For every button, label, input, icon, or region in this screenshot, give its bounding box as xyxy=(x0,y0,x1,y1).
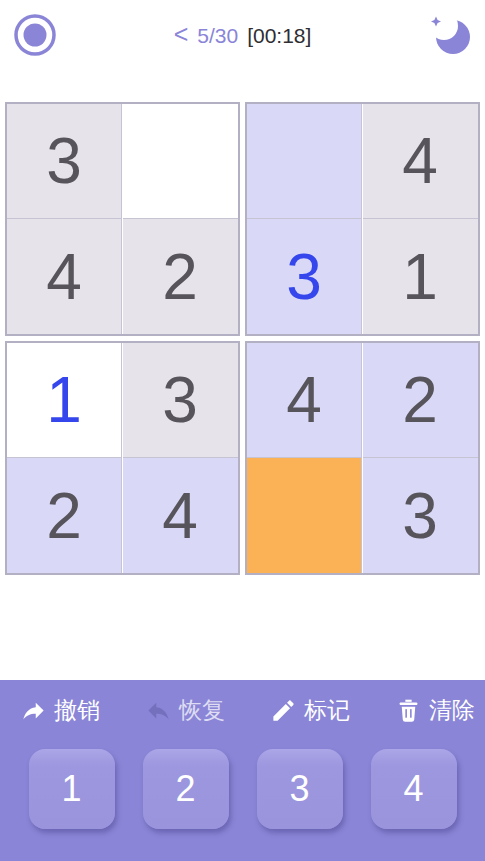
number-button-2[interactable]: 2 xyxy=(143,749,229,829)
redo-icon xyxy=(145,697,172,724)
cell-r4c3[interactable] xyxy=(247,458,362,573)
mark-label: 标记 xyxy=(304,695,350,726)
bottom-toolbar: 撤销 恢复 标记 清除 1 2 3 xyxy=(0,680,485,861)
undo-button[interactable]: 撤销 xyxy=(20,695,100,726)
record-icon xyxy=(12,12,58,58)
box-bottom-left: 1324 xyxy=(5,341,240,575)
box-bottom-right: 423 xyxy=(245,341,480,575)
cell-r3c3[interactable]: 4 xyxy=(247,343,362,458)
box-top-left: 342 xyxy=(5,102,240,336)
record-button[interactable] xyxy=(12,12,58,58)
undo-label: 撤销 xyxy=(54,695,100,726)
number-pad: 1 2 3 4 xyxy=(0,749,485,829)
cell-r4c1[interactable]: 2 xyxy=(7,458,122,573)
night-mode-moon-icon xyxy=(425,11,473,59)
sudoku-board: 342 431 1324 423 xyxy=(5,102,480,575)
cell-r2c4[interactable]: 1 xyxy=(363,219,478,334)
clear-label: 清除 xyxy=(429,695,475,726)
cell-r3c2[interactable]: 3 xyxy=(123,343,238,458)
redo-label: 恢复 xyxy=(179,695,225,726)
pencil-icon xyxy=(270,697,297,724)
cell-r3c1[interactable]: 1 xyxy=(7,343,122,458)
number-button-3[interactable]: 3 xyxy=(257,749,343,829)
mark-button[interactable]: 标记 xyxy=(270,695,350,726)
redo-button[interactable]: 恢复 xyxy=(145,695,225,726)
number-button-4[interactable]: 4 xyxy=(371,749,457,829)
trash-icon xyxy=(395,697,422,724)
cell-r2c3[interactable]: 3 xyxy=(247,219,362,334)
cell-r2c1[interactable]: 4 xyxy=(7,219,122,334)
cell-r1c1[interactable]: 3 xyxy=(7,104,122,219)
number-button-1[interactable]: 1 xyxy=(29,749,115,829)
previous-level-button[interactable]: < xyxy=(174,22,189,47)
box-top-right: 431 xyxy=(245,102,480,336)
timer-label: [00:18] xyxy=(247,24,311,48)
top-bar: < 5/30 [00:18] xyxy=(0,0,485,70)
level-progress-label: 5/30 xyxy=(197,24,238,48)
cell-r2c2[interactable]: 2 xyxy=(123,219,238,334)
cell-r3c4[interactable]: 2 xyxy=(363,343,478,458)
undo-icon xyxy=(20,697,47,724)
cell-r4c2[interactable]: 4 xyxy=(123,458,238,573)
cell-r4c4[interactable]: 3 xyxy=(363,458,478,573)
level-status: < 5/30 [00:18] xyxy=(174,22,312,48)
night-mode-button[interactable] xyxy=(425,11,473,59)
cell-r1c4[interactable]: 4 xyxy=(363,104,478,219)
cell-r1c2[interactable] xyxy=(123,104,238,219)
cell-r1c3[interactable] xyxy=(247,104,362,219)
clear-button[interactable]: 清除 xyxy=(395,695,475,726)
tools-row: 撤销 恢复 标记 清除 xyxy=(0,680,485,726)
